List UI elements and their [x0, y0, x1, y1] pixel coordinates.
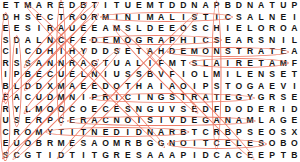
grid-cell[interactable]: S [178, 104, 189, 116]
grid-cell[interactable]: A [256, 0, 267, 12]
grid-cell[interactable]: S [211, 81, 222, 93]
grid-cell[interactable]: G [200, 115, 211, 127]
grid-cell[interactable]: O [189, 69, 200, 81]
grid-cell[interactable]: I [78, 150, 89, 162]
grid-cell[interactable]: E [289, 115, 300, 127]
grid-cell[interactable]: I [189, 138, 200, 150]
grid-cell[interactable]: E [278, 46, 289, 58]
grid-cell[interactable]: G [144, 138, 155, 150]
grid-cell[interactable]: P [267, 150, 278, 162]
grid-cell[interactable]: D [11, 35, 22, 47]
grid-cell[interactable]: E [278, 69, 289, 81]
grid-cell[interactable]: B [178, 127, 189, 139]
grid-cell[interactable]: E [256, 150, 267, 162]
grid-cell[interactable]: E [56, 0, 67, 12]
grid-cell[interactable]: A [233, 115, 244, 127]
grid-cell[interactable]: P [178, 150, 189, 162]
grid-cell[interactable]: C [67, 104, 78, 116]
grid-cell[interactable]: G [156, 92, 167, 104]
grid-cell[interactable]: D [133, 127, 144, 139]
grid-cell[interactable]: F [156, 58, 167, 70]
grid-cell[interactable]: I [78, 92, 89, 104]
grid-cell[interactable]: X [44, 81, 55, 93]
grid-cell[interactable]: E [78, 23, 89, 35]
grid-cell[interactable]: T [133, 46, 144, 58]
grid-cell[interactable]: N [56, 58, 67, 70]
grid-cell[interactable]: E [256, 104, 267, 116]
grid-cell[interactable]: S [122, 69, 133, 81]
grid-cell[interactable]: G [133, 35, 144, 47]
grid-cell[interactable]: O [100, 138, 111, 150]
grid-cell[interactable]: S [278, 127, 289, 139]
grid-cell[interactable]: E [256, 127, 267, 139]
grid-cell[interactable]: D [244, 104, 255, 116]
grid-cell[interactable]: N [189, 0, 200, 12]
grid-cell[interactable]: A [211, 58, 222, 70]
grid-cell[interactable]: L [200, 58, 211, 70]
grid-cell[interactable]: C [22, 92, 33, 104]
grid-cell[interactable]: C [0, 127, 11, 139]
grid-cell[interactable]: G [156, 138, 167, 150]
grid-cell[interactable]: R [44, 0, 55, 12]
grid-cell[interactable]: D [144, 23, 155, 35]
grid-cell[interactable]: S [22, 58, 33, 70]
grid-cell[interactable]: T [122, 81, 133, 93]
grid-cell[interactable]: C [100, 104, 111, 116]
grid-cell[interactable]: M [33, 104, 44, 116]
grid-cell[interactable]: D [167, 0, 178, 12]
grid-cell[interactable]: M [189, 46, 200, 58]
grid-cell[interactable]: L [244, 23, 255, 35]
grid-cell[interactable]: A [100, 23, 111, 35]
grid-cell[interactable]: N [44, 58, 55, 70]
grid-cell[interactable]: S [189, 12, 200, 24]
grid-cell[interactable]: B [278, 138, 289, 150]
grid-cell[interactable]: N [122, 12, 133, 24]
grid-cell[interactable]: S [278, 92, 289, 104]
grid-cell[interactable]: R [189, 92, 200, 104]
grid-cell[interactable]: O [78, 104, 89, 116]
grid-cell[interactable]: E [122, 150, 133, 162]
grid-cell[interactable]: T [56, 12, 67, 24]
grid-cell[interactable]: S [133, 150, 144, 162]
grid-cell[interactable]: R [0, 104, 11, 116]
grid-cell[interactable]: E [244, 58, 255, 70]
grid-cell[interactable]: E [111, 104, 122, 116]
grid-cell[interactable]: S [233, 12, 244, 24]
grid-cell[interactable]: N [89, 69, 100, 81]
grid-cell[interactable]: N [144, 127, 155, 139]
grid-cell[interactable]: I [44, 150, 55, 162]
grid-cell[interactable]: O [22, 138, 33, 150]
grid-cell[interactable]: L [11, 81, 22, 93]
grid-cell[interactable]: D [56, 150, 67, 162]
grid-cell[interactable]: A [22, 35, 33, 47]
grid-cell[interactable]: S [122, 104, 133, 116]
grid-cell[interactable]: O [267, 138, 278, 150]
grid-cell[interactable]: D [89, 35, 100, 47]
grid-cell[interactable]: E [89, 81, 100, 93]
grid-cell[interactable]: T [11, 0, 22, 12]
grid-cell[interactable]: O [78, 12, 89, 24]
grid-cell[interactable]: R [267, 92, 278, 104]
grid-cell[interactable]: O [278, 23, 289, 35]
grid-cell[interactable]: M [278, 58, 289, 70]
grid-cell[interactable]: P [211, 0, 222, 12]
grid-cell[interactable]: T [200, 138, 211, 150]
grid-cell[interactable]: D [100, 81, 111, 93]
grid-cell[interactable]: X [289, 127, 300, 139]
grid-cell[interactable]: P [89, 92, 100, 104]
grid-cell[interactable]: O [122, 115, 133, 127]
grid-cell[interactable]: E [244, 150, 255, 162]
grid-cell[interactable]: I [278, 35, 289, 47]
grid-cell[interactable]: A [200, 0, 211, 12]
grid-cell[interactable]: O [200, 46, 211, 58]
grid-cell[interactable]: A [211, 115, 222, 127]
grid-cell[interactable]: T [256, 58, 267, 70]
grid-cell[interactable]: E [100, 127, 111, 139]
grid-cell[interactable]: R [111, 150, 122, 162]
grid-cell[interactable]: E [100, 35, 111, 47]
grid-cell[interactable]: C [222, 12, 233, 24]
grid-cell[interactable]: T [156, 0, 167, 12]
grid-cell[interactable]: I [222, 23, 233, 35]
grid-cell[interactable]: S [267, 69, 278, 81]
grid-cell[interactable]: L [256, 12, 267, 24]
grid-cell[interactable]: D [178, 0, 189, 12]
grid-cell[interactable]: R [267, 23, 278, 35]
grid-cell[interactable]: T [178, 92, 189, 104]
grid-cell[interactable]: R [211, 127, 222, 139]
grid-cell[interactable]: M [144, 0, 155, 12]
grid-cell[interactable]: C [56, 35, 67, 47]
grid-cell[interactable]: F [211, 104, 222, 116]
grid-cell[interactable]: H [44, 46, 55, 58]
grid-cell[interactable]: I [189, 150, 200, 162]
grid-cell[interactable]: E [289, 92, 300, 104]
grid-cell[interactable]: P [289, 0, 300, 12]
grid-cell[interactable]: C [200, 127, 211, 139]
grid-cell[interactable]: R [89, 12, 100, 24]
grid-cell[interactable]: C [122, 92, 133, 104]
grid-cell[interactable]: A [200, 92, 211, 104]
grid-cell[interactable]: T [89, 0, 100, 12]
grid-cell[interactable]: S [22, 23, 33, 35]
grid-cell[interactable]: G [100, 150, 111, 162]
grid-cell[interactable]: A [289, 23, 300, 35]
grid-cell[interactable]: C [44, 12, 55, 24]
grid-cell[interactable]: Y [78, 46, 89, 58]
grid-cell[interactable]: E [22, 115, 33, 127]
grid-cell[interactable]: I [111, 12, 122, 24]
grid-cell[interactable]: A [89, 115, 100, 127]
grid-cell[interactable]: G [244, 81, 255, 93]
grid-cell[interactable]: C [22, 46, 33, 58]
grid-cell[interactable]: G [256, 92, 267, 104]
grid-cell[interactable]: R [33, 115, 44, 127]
grid-cell[interactable]: I [278, 104, 289, 116]
grid-cell[interactable]: E [89, 104, 100, 116]
grid-cell[interactable]: B [222, 127, 233, 139]
grid-cell[interactable]: D [22, 81, 33, 93]
grid-cell[interactable]: G [233, 92, 244, 104]
grid-cell[interactable]: T [178, 58, 189, 70]
grid-cell[interactable]: B [0, 81, 11, 93]
grid-cell[interactable]: N [211, 46, 222, 58]
grid-cell[interactable]: R [0, 58, 11, 70]
grid-cell[interactable]: C [56, 115, 67, 127]
grid-cell[interactable]: I [289, 12, 300, 24]
grid-cell[interactable]: I [289, 81, 300, 93]
grid-cell[interactable]: E [67, 115, 78, 127]
grid-cell[interactable]: I [189, 81, 200, 93]
grid-cell[interactable]: C [211, 150, 222, 162]
grid-cell[interactable]: T [200, 12, 211, 24]
grid-cell[interactable]: I [100, 0, 111, 12]
grid-cell[interactable]: E [222, 35, 233, 47]
grid-cell[interactable]: A [144, 46, 155, 58]
grid-cell[interactable]: O [122, 35, 133, 47]
grid-cell[interactable]: A [156, 12, 167, 24]
grid-cell[interactable]: C [0, 46, 11, 58]
grid-cell[interactable]: E [78, 81, 89, 93]
grid-cell[interactable]: L [133, 23, 144, 35]
grid-cell[interactable]: S [133, 69, 144, 81]
grid-cell[interactable]: M [111, 35, 122, 47]
grid-cell[interactable]: E [0, 23, 11, 35]
grid-cell[interactable]: L [167, 12, 178, 24]
grid-cell[interactable]: I [144, 58, 155, 70]
grid-cell[interactable]: O [178, 23, 189, 35]
grid-cell[interactable]: O [178, 81, 189, 93]
grid-cell[interactable]: D [167, 46, 178, 58]
grid-cell[interactable]: A [156, 127, 167, 139]
grid-cell[interactable]: S [244, 127, 255, 139]
grid-cell[interactable]: L [33, 35, 44, 47]
grid-cell[interactable]: S [189, 58, 200, 70]
grid-cell[interactable]: C [211, 138, 222, 150]
grid-cell[interactable]: E [189, 115, 200, 127]
grid-cell[interactable]: L [78, 69, 89, 81]
grid-cell[interactable]: B [144, 69, 155, 81]
grid-cell[interactable]: A [156, 150, 167, 162]
grid-cell[interactable]: G [144, 104, 155, 116]
grid-cell[interactable]: F [289, 58, 300, 70]
grid-cell[interactable]: R [122, 138, 133, 150]
grid-cell[interactable]: I [33, 23, 44, 35]
grid-cell[interactable]: D [33, 46, 44, 58]
grid-cell[interactable]: R [67, 58, 78, 70]
grid-cell[interactable]: T [78, 127, 89, 139]
grid-cell[interactable]: I [11, 46, 22, 58]
grid-cell[interactable]: N [244, 0, 255, 12]
grid-cell[interactable]: I [222, 58, 233, 70]
grid-cell[interactable]: M [244, 115, 255, 127]
grid-cell[interactable]: I [133, 115, 144, 127]
grid-cell[interactable]: O [56, 104, 67, 116]
grid-cell[interactable]: T [233, 46, 244, 58]
grid-cell[interactable]: P [44, 115, 55, 127]
grid-cell[interactable]: A [11, 92, 22, 104]
grid-cell[interactable]: S [111, 46, 122, 58]
grid-cell[interactable]: D [111, 127, 122, 139]
grid-cell[interactable]: A [144, 81, 155, 93]
grid-cell[interactable]: R [100, 92, 111, 104]
grid-cell[interactable]: N [167, 138, 178, 150]
grid-cell[interactable]: A [89, 138, 100, 150]
grid-cell[interactable]: N [267, 12, 278, 24]
grid-cell[interactable]: E [167, 23, 178, 35]
grid-cell[interactable]: U [33, 92, 44, 104]
grid-cell[interactable]: S [256, 35, 267, 47]
grid-cell[interactable]: E [78, 35, 89, 47]
grid-cell[interactable]: B [133, 138, 144, 150]
grid-cell[interactable]: N [256, 69, 267, 81]
grid-cell[interactable]: V [278, 81, 289, 93]
grid-cell[interactable]: B [289, 150, 300, 162]
grid-cell[interactable]: D [222, 104, 233, 116]
grid-cell[interactable]: E [178, 46, 189, 58]
grid-cell[interactable]: N [222, 115, 233, 127]
grid-cell[interactable]: O [111, 81, 122, 93]
grid-cell[interactable]: E [189, 104, 200, 116]
grid-cell[interactable]: R [11, 127, 22, 139]
grid-cell[interactable]: U [0, 115, 11, 127]
grid-cell[interactable]: N [111, 115, 122, 127]
grid-cell[interactable]: A [156, 35, 167, 47]
grid-cell[interactable]: D [89, 46, 100, 58]
grid-cell[interactable]: I [156, 115, 167, 127]
grid-cell[interactable]: E [222, 92, 233, 104]
grid-cell[interactable]: A [222, 150, 233, 162]
grid-cell[interactable]: A [233, 35, 244, 47]
grid-cell[interactable]: V [167, 115, 178, 127]
grid-cell[interactable]: I [189, 35, 200, 47]
grid-cell[interactable]: A [256, 81, 267, 93]
grid-cell[interactable]: H [211, 23, 222, 35]
grid-cell[interactable]: M [33, 127, 44, 139]
grid-cell[interactable]: S [11, 58, 22, 70]
grid-cell[interactable]: T [278, 150, 289, 162]
grid-cell[interactable]: R [144, 35, 155, 47]
grid-cell[interactable]: E [11, 23, 22, 35]
grid-cell[interactable]: T [111, 0, 122, 12]
grid-cell[interactable]: N [44, 35, 55, 47]
grid-cell[interactable]: T [89, 150, 100, 162]
grid-cell[interactable]: V [167, 104, 178, 116]
grid-cell[interactable]: R [78, 115, 89, 127]
grid-cell[interactable]: S [189, 23, 200, 35]
grid-cell[interactable]: T [267, 0, 278, 12]
grid-cell[interactable]: C [100, 115, 111, 127]
grid-cell[interactable]: N [133, 104, 144, 116]
grid-cell[interactable]: A [256, 46, 267, 58]
grid-cell[interactable]: D [200, 104, 211, 116]
grid-cell[interactable]: T [211, 92, 222, 104]
grid-cell[interactable]: U [67, 23, 78, 35]
grid-cell[interactable]: E [244, 138, 255, 150]
grid-cell[interactable]: S [144, 115, 155, 127]
grid-cell[interactable]: O [233, 104, 244, 116]
grid-cell[interactable]: E [33, 69, 44, 81]
grid-cell[interactable]: U [111, 58, 122, 70]
grid-cell[interactable]: D [178, 115, 189, 127]
grid-cell[interactable]: N [267, 35, 278, 47]
grid-cell[interactable]: T [33, 150, 44, 162]
grid-cell[interactable]: H [178, 35, 189, 47]
grid-cell[interactable]: M [167, 58, 178, 70]
grid-cell[interactable]: D [200, 150, 211, 162]
grid-cell[interactable]: O [256, 23, 267, 35]
grid-cell[interactable]: E [89, 23, 100, 35]
grid-cell[interactable]: E [0, 138, 11, 150]
grid-cell[interactable]: U [278, 0, 289, 12]
grid-cell[interactable]: D [44, 92, 55, 104]
grid-cell[interactable]: E [67, 138, 78, 150]
grid-cell[interactable]: M [144, 12, 155, 24]
grid-cell[interactable]: M [111, 23, 122, 35]
grid-cell[interactable]: S [0, 150, 11, 162]
grid-cell[interactable]: R [167, 127, 178, 139]
grid-cell[interactable]: V [156, 69, 167, 81]
grid-cell[interactable]: D [0, 12, 11, 24]
grid-cell[interactable]: T [267, 46, 278, 58]
grid-cell[interactable]: E [222, 138, 233, 150]
grid-cell[interactable]: P [233, 127, 244, 139]
grid-cell[interactable]: A [289, 46, 300, 58]
grid-cell[interactable]: R [244, 46, 255, 58]
grid-cell[interactable]: P [11, 69, 22, 81]
grid-cell[interactable]: C [233, 150, 244, 162]
grid-cell[interactable]: S [22, 12, 33, 24]
grid-cell[interactable]: A [33, 0, 44, 12]
grid-cell[interactable]: I [133, 92, 144, 104]
grid-cell[interactable]: E [33, 12, 44, 24]
grid-cell[interactable]: U [156, 104, 167, 116]
grid-cell[interactable]: S [222, 46, 233, 58]
grid-cell[interactable]: I [122, 127, 133, 139]
grid-cell[interactable]: C [200, 23, 211, 35]
grid-cell[interactable]: B [22, 69, 33, 81]
grid-cell[interactable]: A [167, 81, 178, 93]
grid-cell[interactable]: I [111, 92, 122, 104]
grid-cell[interactable]: A [167, 150, 178, 162]
grid-cell[interactable]: A [67, 81, 78, 93]
grid-cell[interactable]: D [289, 104, 300, 116]
grid-cell[interactable]: I [178, 12, 189, 24]
grid-cell[interactable]: E [156, 23, 167, 35]
grid-cell[interactable]: O [178, 138, 189, 150]
grid-cell[interactable]: Y [244, 92, 255, 104]
grid-cell[interactable]: R [233, 58, 244, 70]
grid-cell[interactable]: S [78, 138, 89, 150]
grid-cell[interactable]: E [67, 69, 78, 81]
grid-cell[interactable]: M [111, 138, 122, 150]
grid-cell[interactable]: S [0, 35, 11, 47]
grid-cell[interactable]: D [233, 0, 244, 12]
grid-cell[interactable]: A [244, 12, 255, 24]
grid-cell[interactable]: T [67, 150, 78, 162]
grid-cell[interactable]: E [278, 12, 289, 24]
grid-cell[interactable]: D [67, 0, 78, 12]
grid-cell[interactable]: B [33, 138, 44, 150]
grid-cell[interactable]: Y [44, 127, 55, 139]
grid-cell[interactable]: T [189, 127, 200, 139]
grid-cell[interactable]: A [144, 150, 155, 162]
grid-cell[interactable]: N [89, 127, 100, 139]
grid-cell[interactable]: S [256, 138, 267, 150]
